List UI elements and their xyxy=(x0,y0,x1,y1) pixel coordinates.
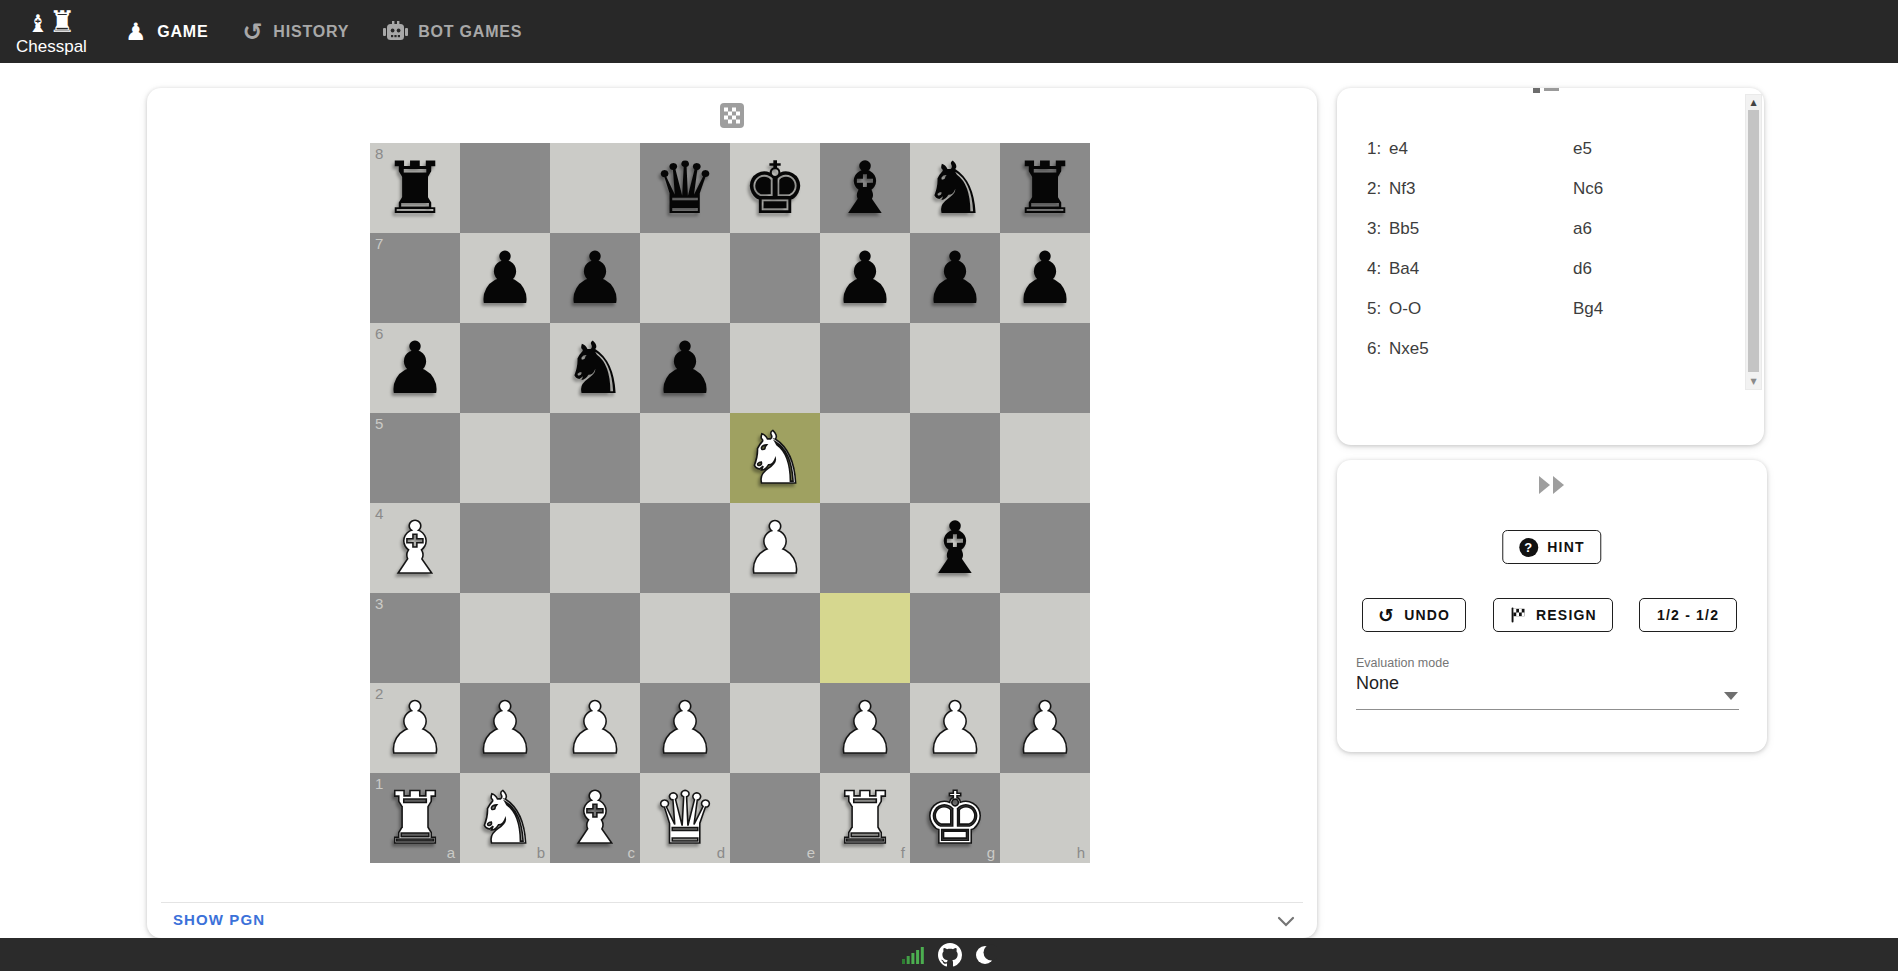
square-a4[interactable]: 4♝ xyxy=(370,503,460,593)
square-h8[interactable]: ♜ xyxy=(1000,143,1090,233)
square-d4[interactable] xyxy=(640,503,730,593)
black-pawn: ♟ xyxy=(653,324,718,412)
file-label: b xyxy=(537,844,545,861)
rank-label: 7 xyxy=(375,235,383,252)
square-c8[interactable] xyxy=(550,143,640,233)
move-row: 1:e4e5 xyxy=(1337,129,1740,169)
square-g3[interactable] xyxy=(910,593,1000,683)
white-pawn: ♟ xyxy=(473,684,538,772)
move-black[interactable]: Nc6 xyxy=(1573,179,1740,199)
evaluation-mode-value: None xyxy=(1356,673,1399,694)
undo-icon: ↺ xyxy=(1378,606,1395,625)
scroll-down-arrow[interactable]: ▼ xyxy=(1746,377,1761,386)
square-b3[interactable] xyxy=(460,593,550,683)
black-knight: ♞ xyxy=(923,144,988,232)
move-black[interactable]: a6 xyxy=(1573,219,1740,239)
move-white[interactable]: O-O xyxy=(1389,299,1573,319)
white-pawn: ♟ xyxy=(1013,684,1078,772)
nav-tabs: ♟ GAME ↺ HISTORY xyxy=(125,20,522,44)
square-e7[interactable] xyxy=(730,233,820,323)
square-f2[interactable]: ♟ xyxy=(820,683,910,773)
file-label: e xyxy=(807,844,815,861)
white-queen: ♛ xyxy=(653,774,718,862)
square-c5[interactable] xyxy=(550,413,640,503)
move-black[interactable]: e5 xyxy=(1573,139,1740,159)
square-g1[interactable]: g♚ xyxy=(910,773,1000,863)
pgn-divider xyxy=(161,902,1303,903)
square-b5[interactable] xyxy=(460,413,550,503)
logo-chess-pieces-icon: ♝♜ xyxy=(27,7,75,39)
file-label: g xyxy=(987,844,995,861)
draw-button[interactable]: 1/2 - 1/2 xyxy=(1639,598,1737,632)
pawn-icon: ♟ xyxy=(125,20,147,44)
tab-history-label: HISTORY xyxy=(273,23,349,41)
square-d7[interactable] xyxy=(640,233,730,323)
square-c3[interactable] xyxy=(550,593,640,683)
square-h5[interactable] xyxy=(1000,413,1090,503)
square-d6[interactable]: ♟ xyxy=(640,323,730,413)
flag-icon xyxy=(1509,606,1527,624)
black-knight: ♞ xyxy=(563,324,628,412)
square-e3[interactable] xyxy=(730,593,820,683)
show-pgn-button[interactable]: SHOW PGN xyxy=(173,911,265,928)
square-f5[interactable] xyxy=(820,413,910,503)
move-white[interactable]: Ba4 xyxy=(1389,259,1573,279)
rank-label: 5 xyxy=(375,415,383,432)
square-e6[interactable] xyxy=(730,323,820,413)
move-row: 3:Bb5a6 xyxy=(1337,209,1740,249)
move-number: 4: xyxy=(1367,259,1389,279)
square-a5[interactable]: 5 xyxy=(370,413,460,503)
square-b7[interactable]: ♟ xyxy=(460,233,550,323)
square-d3[interactable] xyxy=(640,593,730,683)
square-h2[interactable]: ♟ xyxy=(1000,683,1090,773)
square-d2[interactable]: ♟ xyxy=(640,683,730,773)
tab-game-label: GAME xyxy=(157,23,208,41)
black-pawn: ♟ xyxy=(473,234,538,322)
move-row: 6:Nxe5 xyxy=(1337,329,1740,369)
move-list-scrollbar[interactable]: ▲ ▼ xyxy=(1745,94,1762,390)
white-pawn: ♟ xyxy=(383,684,448,772)
board-card: 8♜♛♚♝♞♜7♟♟♟♟♟6♟♞♟5♞4♝♟♝32♟♟♟♟♟♟♟1a♜b♞c♝d… xyxy=(147,88,1317,938)
tab-game[interactable]: ♟ GAME xyxy=(125,20,209,44)
white-bishop: ♝ xyxy=(383,504,448,592)
signal-bars-icon xyxy=(902,946,925,964)
black-pawn: ♟ xyxy=(923,234,988,322)
select-underline xyxy=(1356,709,1739,710)
rank-label: 3 xyxy=(375,595,383,612)
square-d1[interactable]: d♛ xyxy=(640,773,730,863)
question-icon: ? xyxy=(1519,538,1538,557)
app-logo[interactable]: ♝♜ Chesspal xyxy=(16,7,87,57)
square-g4[interactable]: ♝ xyxy=(910,503,1000,593)
square-f4[interactable] xyxy=(820,503,910,593)
square-c4[interactable] xyxy=(550,503,640,593)
move-number: 3: xyxy=(1367,219,1389,239)
white-pawn: ♟ xyxy=(833,684,898,772)
chevron-down-icon[interactable] xyxy=(1277,913,1295,931)
undo-button[interactable]: ↺ UNDO xyxy=(1362,598,1466,632)
black-bishop: ♝ xyxy=(833,144,898,232)
square-b1[interactable]: b♞ xyxy=(460,773,550,863)
square-h7[interactable]: ♟ xyxy=(1000,233,1090,323)
square-b4[interactable] xyxy=(460,503,550,593)
black-rook: ♜ xyxy=(383,144,448,232)
draw-label: 1/2 - 1/2 xyxy=(1657,607,1719,623)
evaluation-mode-label: Evaluation mode xyxy=(1356,656,1449,670)
square-f6[interactable] xyxy=(820,323,910,413)
square-a7[interactable]: 7 xyxy=(370,233,460,323)
footer-bar xyxy=(0,938,1898,971)
square-e4[interactable]: ♟ xyxy=(730,503,820,593)
controls-card: ? HINT ↺ UNDO RESIGN 1/2 - 1/2 Evaluatio… xyxy=(1337,460,1767,752)
move-black[interactable]: d6 xyxy=(1573,259,1740,279)
black-queen: ♛ xyxy=(653,144,718,232)
white-king: ♚ xyxy=(923,774,988,862)
white-rook: ♜ xyxy=(833,774,898,862)
white-pawn: ♟ xyxy=(653,684,718,772)
square-e1[interactable]: e xyxy=(730,773,820,863)
white-rook: ♜ xyxy=(383,774,448,862)
move-row: 5:O-OBg4 xyxy=(1337,289,1740,329)
chess-board: 8♜♛♚♝♞♜7♟♟♟♟♟6♟♞♟5♞4♝♟♝32♟♟♟♟♟♟♟1a♜b♞c♝d… xyxy=(370,143,1090,863)
square-h4[interactable] xyxy=(1000,503,1090,593)
white-pawn: ♟ xyxy=(743,504,808,592)
file-label: h xyxy=(1077,844,1085,861)
move-row: 4:Ba4d6 xyxy=(1337,249,1740,289)
list-icon-clipped xyxy=(1533,88,1559,93)
tab-bot-games[interactable]: BOT GAMES xyxy=(383,21,522,42)
black-pawn: ♟ xyxy=(1013,234,1078,322)
resign-button[interactable]: RESIGN xyxy=(1493,598,1613,632)
square-a8[interactable]: 8♜ xyxy=(370,143,460,233)
scroll-up-arrow[interactable]: ▲ xyxy=(1746,98,1761,107)
move-number: 5: xyxy=(1367,299,1389,319)
fast-forward-icon[interactable] xyxy=(1536,474,1568,500)
file-label: a xyxy=(447,844,455,861)
move-number: 1: xyxy=(1367,139,1389,159)
hint-label: HINT xyxy=(1547,539,1584,555)
black-pawn: ♟ xyxy=(833,234,898,322)
square-a6[interactable]: 6♟ xyxy=(370,323,460,413)
black-rook: ♜ xyxy=(1013,144,1078,232)
file-label: f xyxy=(901,844,905,861)
square-e5[interactable]: ♞ xyxy=(730,413,820,503)
file-label: c xyxy=(628,844,636,861)
move-number: 2: xyxy=(1367,179,1389,199)
square-c7[interactable]: ♟ xyxy=(550,233,640,323)
move-black[interactable]: Bg4 xyxy=(1573,299,1740,319)
tab-history[interactable]: ↺ HISTORY xyxy=(242,20,349,44)
move-white[interactable]: Bb5 xyxy=(1389,219,1573,239)
move-list: 1:e4e52:Nf3Nc63:Bb5a64:Ba4d65:O-OBg46:Nx… xyxy=(1337,129,1740,369)
square-a3[interactable]: 3 xyxy=(370,593,460,683)
black-bishop: ♝ xyxy=(923,504,988,592)
square-h1[interactable]: h xyxy=(1000,773,1090,863)
square-f8[interactable]: ♝ xyxy=(820,143,910,233)
dark-mode-moon-icon[interactable] xyxy=(975,944,997,966)
board-icon xyxy=(720,103,744,132)
navbar: ♝♜ Chesspal ♟ GAME ↺ HISTORY xyxy=(0,0,1898,63)
move-list-card: 1:e4e52:Nf3Nc63:Bb5a64:Ba4d65:O-OBg46:Nx… xyxy=(1337,88,1764,445)
black-pawn: ♟ xyxy=(563,234,628,322)
square-c6[interactable]: ♞ xyxy=(550,323,640,413)
square-g5[interactable] xyxy=(910,413,1000,503)
square-h6[interactable] xyxy=(1000,323,1090,413)
square-c1[interactable]: c♝ xyxy=(550,773,640,863)
square-b6[interactable] xyxy=(460,323,550,413)
move-number: 6: xyxy=(1367,339,1389,359)
square-d8[interactable]: ♛ xyxy=(640,143,730,233)
square-a1[interactable]: 1a♜ xyxy=(370,773,460,863)
white-bishop: ♝ xyxy=(563,774,628,862)
select-dropdown-arrow-icon[interactable] xyxy=(1724,692,1738,700)
move-row: 2:Nf3Nc6 xyxy=(1337,169,1740,209)
square-g7[interactable]: ♟ xyxy=(910,233,1000,323)
square-c2[interactable]: ♟ xyxy=(550,683,640,773)
square-f1[interactable]: f♜ xyxy=(820,773,910,863)
logo-text: Chesspal xyxy=(16,37,87,57)
github-icon[interactable] xyxy=(938,943,962,967)
square-f7[interactable]: ♟ xyxy=(820,233,910,323)
file-label: d xyxy=(717,844,725,861)
black-pawn: ♟ xyxy=(383,324,448,412)
square-h3[interactable] xyxy=(1000,593,1090,683)
robot-icon xyxy=(383,21,408,42)
square-d5[interactable] xyxy=(640,413,730,503)
square-e8[interactable]: ♚ xyxy=(730,143,820,233)
move-white[interactable]: e4 xyxy=(1389,139,1573,159)
square-g6[interactable] xyxy=(910,323,1000,413)
square-b8[interactable] xyxy=(460,143,550,233)
white-knight: ♞ xyxy=(743,414,808,502)
history-icon: ↺ xyxy=(242,20,263,44)
white-pawn: ♟ xyxy=(923,684,988,772)
white-knight: ♞ xyxy=(473,774,538,862)
square-a2[interactable]: 2♟ xyxy=(370,683,460,773)
square-g8[interactable]: ♞ xyxy=(910,143,1000,233)
square-b2[interactable]: ♟ xyxy=(460,683,550,773)
square-e2[interactable] xyxy=(730,683,820,773)
hint-button[interactable]: ? HINT xyxy=(1502,530,1601,564)
move-white[interactable]: Nxe5 xyxy=(1389,339,1573,359)
square-f3[interactable] xyxy=(820,593,910,683)
move-white[interactable]: Nf3 xyxy=(1389,179,1573,199)
black-king: ♚ xyxy=(743,144,808,232)
tab-bot-games-label: BOT GAMES xyxy=(418,23,522,41)
scrollbar-thumb[interactable] xyxy=(1748,110,1759,372)
square-g2[interactable]: ♟ xyxy=(910,683,1000,773)
resign-label: RESIGN xyxy=(1536,607,1597,623)
undo-label: UNDO xyxy=(1404,607,1450,623)
white-pawn: ♟ xyxy=(563,684,628,772)
